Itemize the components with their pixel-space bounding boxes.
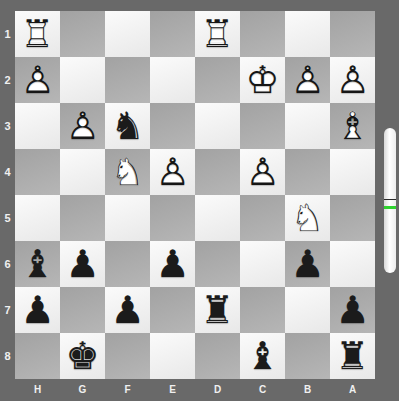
- square-b6[interactable]: ♟: [285, 241, 330, 287]
- piece-white-rook: ♜♖: [15, 11, 60, 57]
- square-b2[interactable]: ♟♙: [285, 57, 330, 103]
- rank-labels: 12345678: [0, 11, 15, 379]
- chess-board: ♜♖♜♖♟♙♚♔♟♙♟♙♟♙♞♝♗♞♘♟♙♟♙♞♘♝♟♟♟♟♟♜♟♚♝♜: [15, 11, 375, 379]
- rank-label-6: 6: [0, 241, 15, 287]
- piece-black-rook: ♜: [330, 333, 375, 379]
- piece-black-rook: ♜: [195, 287, 240, 333]
- square-g5[interactable]: [60, 195, 105, 241]
- square-e4[interactable]: ♟♙: [150, 149, 195, 195]
- file-labels: HGFEDCBA: [0, 379, 399, 401]
- square-g4[interactable]: [60, 149, 105, 195]
- piece-white-king: ♚♔: [240, 57, 285, 103]
- square-b5[interactable]: ♞♘: [285, 195, 330, 241]
- square-c8[interactable]: ♝: [240, 333, 285, 379]
- square-d6[interactable]: [195, 241, 240, 287]
- piece-black-pawn: ♟: [150, 241, 195, 287]
- square-d1[interactable]: ♜♖: [195, 11, 240, 57]
- square-d4[interactable]: [195, 149, 240, 195]
- square-a1[interactable]: [330, 11, 375, 57]
- square-e6[interactable]: ♟: [150, 241, 195, 287]
- square-e3[interactable]: [150, 103, 195, 149]
- square-f1[interactable]: [105, 11, 150, 57]
- square-e7[interactable]: [150, 287, 195, 333]
- file-label-e: E: [150, 379, 195, 401]
- square-c6[interactable]: [240, 241, 285, 287]
- piece-black-pawn: ♟: [330, 287, 375, 333]
- square-d2[interactable]: [195, 57, 240, 103]
- scrollbar-divider: [384, 199, 396, 200]
- square-b1[interactable]: [285, 11, 330, 57]
- scrollbar-thumb[interactable]: [384, 128, 396, 273]
- piece-black-bishop: ♝: [240, 333, 285, 379]
- square-f5[interactable]: [105, 195, 150, 241]
- square-c3[interactable]: [240, 103, 285, 149]
- square-d5[interactable]: [195, 195, 240, 241]
- file-label-g: G: [60, 379, 105, 401]
- piece-white-pawn: ♟♙: [15, 57, 60, 103]
- square-h8[interactable]: [15, 333, 60, 379]
- piece-black-pawn: ♟: [105, 287, 150, 333]
- file-label-c: C: [240, 379, 285, 401]
- square-h6[interactable]: ♝: [15, 241, 60, 287]
- file-label-h: H: [15, 379, 60, 401]
- square-a2[interactable]: ♟♙: [330, 57, 375, 103]
- square-g2[interactable]: [60, 57, 105, 103]
- square-h4[interactable]: [15, 149, 60, 195]
- square-a3[interactable]: ♝♗: [330, 103, 375, 149]
- chess-app-screen: 12345678 ♜♖♜♖♟♙♚♔♟♙♟♙♟♙♞♝♗♞♘♟♙♟♙♞♘♝♟♟♟♟♟…: [0, 0, 399, 401]
- rank-label-2: 2: [0, 57, 15, 103]
- square-f6[interactable]: [105, 241, 150, 287]
- square-c5[interactable]: [240, 195, 285, 241]
- piece-white-bishop: ♝♗: [330, 103, 375, 149]
- square-e2[interactable]: [150, 57, 195, 103]
- square-e8[interactable]: [150, 333, 195, 379]
- piece-white-pawn: ♟♙: [285, 57, 330, 103]
- square-c2[interactable]: ♚♔: [240, 57, 285, 103]
- square-f4[interactable]: ♞♘: [105, 149, 150, 195]
- piece-white-knight: ♞♘: [285, 195, 330, 241]
- square-g6[interactable]: ♟: [60, 241, 105, 287]
- square-g1[interactable]: [60, 11, 105, 57]
- rank-label-8: 8: [0, 333, 15, 379]
- piece-white-pawn: ♟♙: [330, 57, 375, 103]
- square-f2[interactable]: [105, 57, 150, 103]
- square-b3[interactable]: [285, 103, 330, 149]
- piece-black-pawn: ♟: [60, 241, 105, 287]
- piece-black-king: ♚: [60, 333, 105, 379]
- rank-label-5: 5: [0, 195, 15, 241]
- square-a8[interactable]: ♜: [330, 333, 375, 379]
- square-c7[interactable]: [240, 287, 285, 333]
- piece-black-knight: ♞: [105, 103, 150, 149]
- square-f8[interactable]: [105, 333, 150, 379]
- square-d3[interactable]: [195, 103, 240, 149]
- rank-label-1: 1: [0, 11, 15, 57]
- square-h7[interactable]: ♟: [15, 287, 60, 333]
- piece-black-bishop: ♝: [15, 241, 60, 287]
- file-label-b: B: [285, 379, 330, 401]
- piece-white-pawn: ♟♙: [60, 103, 105, 149]
- file-label-a: A: [330, 379, 375, 401]
- rank-label-4: 4: [0, 149, 15, 195]
- square-h2[interactable]: ♟♙: [15, 57, 60, 103]
- square-c4[interactable]: ♟♙: [240, 149, 285, 195]
- piece-white-pawn: ♟♙: [150, 149, 195, 195]
- piece-black-pawn: ♟: [15, 287, 60, 333]
- square-g7[interactable]: [60, 287, 105, 333]
- square-f7[interactable]: ♟: [105, 287, 150, 333]
- square-a4[interactable]: [330, 149, 375, 195]
- square-e1[interactable]: [150, 11, 195, 57]
- square-h1[interactable]: ♜♖: [15, 11, 60, 57]
- square-h5[interactable]: [15, 195, 60, 241]
- square-b7[interactable]: [285, 287, 330, 333]
- square-e5[interactable]: [150, 195, 195, 241]
- file-label-f: F: [105, 379, 150, 401]
- piece-white-pawn: ♟♙: [240, 149, 285, 195]
- rank-label-7: 7: [0, 287, 15, 333]
- piece-white-knight: ♞♘: [105, 149, 150, 195]
- eval-marker: [384, 206, 396, 209]
- square-b4[interactable]: [285, 149, 330, 195]
- square-d7[interactable]: ♜: [195, 287, 240, 333]
- square-a5[interactable]: [330, 195, 375, 241]
- square-c1[interactable]: [240, 11, 285, 57]
- rank-label-3: 3: [0, 103, 15, 149]
- square-b8[interactable]: [285, 333, 330, 379]
- square-a6[interactable]: [330, 241, 375, 287]
- square-g8[interactable]: ♚: [60, 333, 105, 379]
- square-d8[interactable]: [195, 333, 240, 379]
- piece-white-rook: ♜♖: [195, 11, 240, 57]
- square-g3[interactable]: ♟♙: [60, 103, 105, 149]
- square-f3[interactable]: ♞: [105, 103, 150, 149]
- top-frame-bar: [0, 0, 399, 11]
- square-h3[interactable]: [15, 103, 60, 149]
- square-a7[interactable]: ♟: [330, 287, 375, 333]
- file-label-d: D: [195, 379, 240, 401]
- piece-black-pawn: ♟: [285, 241, 330, 287]
